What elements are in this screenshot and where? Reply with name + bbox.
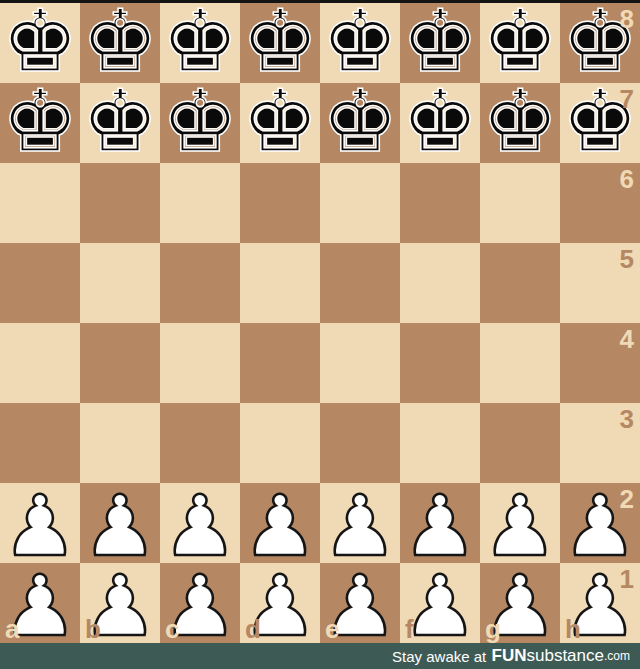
square-h5[interactable]: 5 [560, 243, 640, 323]
square-c5[interactable] [160, 243, 240, 323]
square-f4[interactable] [400, 323, 480, 403]
file-label-c: c [165, 616, 179, 642]
black-king[interactable]: ♚ [241, 78, 318, 164]
black-king[interactable]: ♚ [1, 78, 78, 164]
square-h3[interactable]: 3 [560, 403, 640, 483]
square-a1[interactable]: ♟a [0, 563, 80, 643]
square-g3[interactable] [480, 403, 560, 483]
square-e1[interactable]: ♟e [320, 563, 400, 643]
rank-label-6: 6 [620, 166, 634, 192]
square-h2[interactable]: ♟2 [560, 483, 640, 563]
chess-board: ♚♚♚♚♚♚♚♚8♚♚♚♚♚♚♚♚76543♟♟♟♟♟♟♟♟2♟a♟b♟c♟d♟… [0, 3, 640, 643]
square-d7[interactable]: ♚ [240, 83, 320, 163]
square-f2[interactable]: ♟ [400, 483, 480, 563]
square-e4[interactable] [320, 323, 400, 403]
file-label-a: a [5, 616, 19, 642]
black-king[interactable]: ♚ [321, 78, 398, 164]
square-a7[interactable]: ♚ [0, 83, 80, 163]
white-pawn[interactable]: ♟ [402, 484, 477, 568]
square-f3[interactable] [400, 403, 480, 483]
black-king[interactable]: ♚ [481, 78, 558, 164]
square-g7[interactable]: ♚ [480, 83, 560, 163]
square-g5[interactable] [480, 243, 560, 323]
square-e3[interactable] [320, 403, 400, 483]
square-b5[interactable] [80, 243, 160, 323]
square-h6[interactable]: 6 [560, 163, 640, 243]
file-label-f: f [405, 616, 414, 642]
square-g4[interactable] [480, 323, 560, 403]
square-c1[interactable]: ♟c [160, 563, 240, 643]
square-a2[interactable]: ♟ [0, 483, 80, 563]
square-d1[interactable]: ♟d [240, 563, 320, 643]
square-b4[interactable] [80, 323, 160, 403]
square-a6[interactable] [0, 163, 80, 243]
file-label-b: b [85, 616, 101, 642]
square-c2[interactable]: ♟ [160, 483, 240, 563]
rank-label-5: 5 [620, 246, 634, 272]
square-d6[interactable] [240, 163, 320, 243]
square-a3[interactable] [0, 403, 80, 483]
square-b6[interactable] [80, 163, 160, 243]
white-pawn[interactable]: ♟ [322, 484, 397, 568]
rank-label-2: 2 [620, 486, 634, 512]
square-e2[interactable]: ♟ [320, 483, 400, 563]
file-label-d: d [245, 616, 261, 642]
square-b2[interactable]: ♟ [80, 483, 160, 563]
white-pawn[interactable]: ♟ [162, 484, 237, 568]
square-d5[interactable] [240, 243, 320, 323]
square-b3[interactable] [80, 403, 160, 483]
square-f5[interactable] [400, 243, 480, 323]
white-pawn[interactable]: ♟ [482, 484, 557, 568]
square-h4[interactable]: 4 [560, 323, 640, 403]
file-label-g: g [485, 616, 501, 642]
square-c6[interactable] [160, 163, 240, 243]
square-c3[interactable] [160, 403, 240, 483]
square-e5[interactable] [320, 243, 400, 323]
square-g6[interactable] [480, 163, 560, 243]
square-d3[interactable] [240, 403, 320, 483]
rank-label-4: 4 [620, 326, 634, 352]
black-king[interactable]: ♚ [81, 78, 158, 164]
square-c4[interactable] [160, 323, 240, 403]
rank-label-3: 3 [620, 406, 634, 432]
rank-label-7: 7 [620, 86, 634, 112]
square-b7[interactable]: ♚ [80, 83, 160, 163]
white-pawn[interactable]: ♟ [82, 484, 157, 568]
square-d2[interactable]: ♟ [240, 483, 320, 563]
rank-label-8: 8 [620, 6, 634, 32]
white-pawn[interactable]: ♟ [242, 484, 317, 568]
square-f6[interactable] [400, 163, 480, 243]
file-label-e: e [325, 616, 339, 642]
white-pawn[interactable]: ♟ [2, 484, 77, 568]
square-h1[interactable]: ♟1h [560, 563, 640, 643]
black-king[interactable]: ♚ [161, 78, 238, 164]
square-d4[interactable] [240, 323, 320, 403]
square-f7[interactable]: ♚ [400, 83, 480, 163]
square-c7[interactable]: ♚ [160, 83, 240, 163]
square-e7[interactable]: ♚ [320, 83, 400, 163]
square-f1[interactable]: ♟f [400, 563, 480, 643]
square-g2[interactable]: ♟ [480, 483, 560, 563]
square-e6[interactable] [320, 163, 400, 243]
file-label-h: h [565, 616, 581, 642]
square-b1[interactable]: ♟b [80, 563, 160, 643]
square-h7[interactable]: ♚7 [560, 83, 640, 163]
rank-label-1: 1 [620, 566, 634, 592]
square-a5[interactable] [0, 243, 80, 323]
black-king[interactable]: ♚ [401, 78, 478, 164]
square-a4[interactable] [0, 323, 80, 403]
page: ♚♚♚♚♚♚♚♚8♚♚♚♚♚♚♚♚76543♟♟♟♟♟♟♟♟2♟a♟b♟c♟d♟… [0, 0, 640, 669]
square-g1[interactable]: ♟g [480, 563, 560, 643]
